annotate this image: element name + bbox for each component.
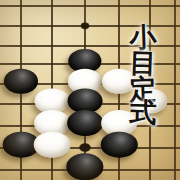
caption-char-1: 小: [129, 23, 157, 51]
white-stone[interactable]: [102, 69, 136, 94]
star-point-1: [81, 22, 90, 29]
star-point-2: [79, 143, 91, 152]
grid-hline-1: [0, 5, 180, 7]
white-stone[interactable]: [133, 88, 168, 113]
go-board[interactable]: 小 目 定 式: [0, 0, 180, 180]
grid-hline-2: [0, 25, 180, 27]
black-stone[interactable]: [67, 110, 103, 136]
grid-vline-6: [174, 0, 176, 180]
caption-char-2: 目: [129, 49, 157, 77]
black-stone[interactable]: [4, 69, 38, 94]
black-stone[interactable]: [66, 153, 103, 180]
grid-hline-3: [0, 45, 180, 47]
black-stone[interactable]: [101, 132, 138, 158]
white-stone[interactable]: [34, 132, 71, 158]
